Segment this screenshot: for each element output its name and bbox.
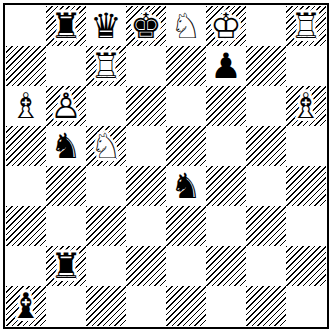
square-f7[interactable]: ♟♟ <box>206 46 246 86</box>
square-e2[interactable] <box>166 246 206 286</box>
square-g8[interactable] <box>246 6 286 46</box>
square-b2[interactable]: ♜♜ <box>46 246 86 286</box>
square-a6[interactable]: ♝♗ <box>6 86 46 126</box>
square-g5[interactable] <box>246 126 286 166</box>
piece-white-pawn[interactable]: ♟♙ <box>46 86 86 126</box>
piece-black-pawn[interactable]: ♟♟ <box>206 46 246 86</box>
square-d2[interactable] <box>126 246 166 286</box>
square-c1[interactable] <box>86 286 126 326</box>
square-d5[interactable] <box>126 126 166 166</box>
square-c8[interactable]: ♛♛ <box>86 6 126 46</box>
black-knight-icon: ♞ <box>46 126 86 166</box>
square-e1[interactable] <box>166 286 206 326</box>
square-b8[interactable]: ♜♜ <box>46 6 86 46</box>
square-b6[interactable]: ♟♙ <box>46 86 86 126</box>
square-a1[interactable]: ♝♝ <box>6 286 46 326</box>
square-h1[interactable] <box>286 286 326 326</box>
white-bishop-icon: ♗ <box>286 86 326 126</box>
square-e6[interactable] <box>166 86 206 126</box>
piece-black-rook[interactable]: ♜♜ <box>46 6 86 46</box>
square-e4[interactable]: ♞♞ <box>166 166 206 206</box>
square-g2[interactable] <box>246 246 286 286</box>
square-g6[interactable] <box>246 86 286 126</box>
square-b4[interactable] <box>46 166 86 206</box>
square-a4[interactable] <box>6 166 46 206</box>
square-e5[interactable] <box>166 126 206 166</box>
piece-white-knight[interactable]: ♞♘ <box>166 6 206 46</box>
black-king-icon: ♚ <box>126 6 166 46</box>
piece-white-bishop[interactable]: ♝♗ <box>6 86 46 126</box>
square-f2[interactable] <box>206 246 246 286</box>
square-f1[interactable] <box>206 286 246 326</box>
white-rook-icon: ♖ <box>86 46 126 86</box>
white-rook-icon: ♖ <box>286 6 326 46</box>
black-bishop-icon: ♝ <box>6 286 46 326</box>
black-rook-icon: ♜ <box>46 6 86 46</box>
board-frame: ♜♜♛♛♚♚♞♘♚♔♜♖♜♖♟♟♝♗♟♙♝♗♞♞♞♘♞♞♜♜♝♝ <box>3 3 329 329</box>
square-a2[interactable] <box>6 246 46 286</box>
piece-black-queen[interactable]: ♛♛ <box>86 6 126 46</box>
piece-black-king[interactable]: ♚♚ <box>126 6 166 46</box>
square-g4[interactable] <box>246 166 286 206</box>
chess-diagram: { "game": "chess", "position": { "fen": … <box>0 0 332 332</box>
square-b7[interactable] <box>46 46 86 86</box>
square-h8[interactable]: ♜♖ <box>286 6 326 46</box>
white-pawn-icon: ♙ <box>46 86 86 126</box>
piece-white-rook[interactable]: ♜♖ <box>286 6 326 46</box>
square-h3[interactable] <box>286 206 326 246</box>
square-d8[interactable]: ♚♚ <box>126 6 166 46</box>
square-g1[interactable] <box>246 286 286 326</box>
square-b5[interactable]: ♞♞ <box>46 126 86 166</box>
square-a5[interactable] <box>6 126 46 166</box>
square-a3[interactable] <box>6 206 46 246</box>
square-d4[interactable] <box>126 166 166 206</box>
square-c3[interactable] <box>86 206 126 246</box>
square-e8[interactable]: ♞♘ <box>166 6 206 46</box>
white-king-icon: ♔ <box>206 6 246 46</box>
square-c2[interactable] <box>86 246 126 286</box>
square-f4[interactable] <box>206 166 246 206</box>
square-h6[interactable]: ♝♗ <box>286 86 326 126</box>
piece-white-bishop[interactable]: ♝♗ <box>286 86 326 126</box>
square-b1[interactable] <box>46 286 86 326</box>
piece-white-rook[interactable]: ♜♖ <box>86 46 126 86</box>
square-a7[interactable] <box>6 46 46 86</box>
white-bishop-icon: ♗ <box>6 86 46 126</box>
piece-black-bishop[interactable]: ♝♝ <box>6 286 46 326</box>
square-c7[interactable]: ♜♖ <box>86 46 126 86</box>
black-rook-icon: ♜ <box>46 246 86 286</box>
square-c6[interactable] <box>86 86 126 126</box>
square-h7[interactable] <box>286 46 326 86</box>
square-f6[interactable] <box>206 86 246 126</box>
square-c4[interactable] <box>86 166 126 206</box>
square-d3[interactable] <box>126 206 166 246</box>
square-d7[interactable] <box>126 46 166 86</box>
square-e3[interactable] <box>166 206 206 246</box>
square-b3[interactable] <box>46 206 86 246</box>
black-pawn-icon: ♟ <box>206 46 246 86</box>
piece-black-knight[interactable]: ♞♞ <box>46 126 86 166</box>
square-f5[interactable] <box>206 126 246 166</box>
square-e7[interactable] <box>166 46 206 86</box>
square-g7[interactable] <box>246 46 286 86</box>
square-d6[interactable] <box>126 86 166 126</box>
piece-black-rook[interactable]: ♜♜ <box>46 246 86 286</box>
square-c5[interactable]: ♞♘ <box>86 126 126 166</box>
square-h4[interactable] <box>286 166 326 206</box>
square-d1[interactable] <box>126 286 166 326</box>
square-a8[interactable] <box>6 6 46 46</box>
black-knight-icon: ♞ <box>166 166 206 206</box>
piece-white-king[interactable]: ♚♔ <box>206 6 246 46</box>
square-h5[interactable] <box>286 126 326 166</box>
square-h2[interactable] <box>286 246 326 286</box>
white-knight-icon: ♘ <box>166 6 206 46</box>
piece-white-knight[interactable]: ♞♘ <box>86 126 126 166</box>
square-f8[interactable]: ♚♔ <box>206 6 246 46</box>
white-knight-icon: ♘ <box>86 126 126 166</box>
square-g3[interactable] <box>246 206 286 246</box>
black-queen-icon: ♛ <box>86 6 126 46</box>
square-f3[interactable] <box>206 206 246 246</box>
piece-black-knight[interactable]: ♞♞ <box>166 166 206 206</box>
chess-board: ♜♜♛♛♚♚♞♘♚♔♜♖♜♖♟♟♝♗♟♙♝♗♞♞♞♘♞♞♜♜♝♝ <box>6 6 326 326</box>
